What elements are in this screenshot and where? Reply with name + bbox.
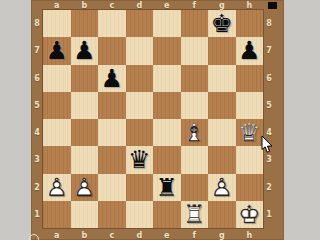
chess-app-window: ♚♟♟♟♟♝♗♛♕♛♟♙♟♙♜♟♙♜♖♚♔ abcdefghabcdefgh87…: [0, 0, 320, 240]
square-h7[interactable]: ♟: [236, 37, 264, 64]
square-c6[interactable]: ♟: [98, 65, 126, 92]
square-e8[interactable]: [153, 10, 181, 37]
square-d6[interactable]: [126, 65, 154, 92]
file-label-top-d: d: [126, 0, 154, 10]
file-label-bottom-b: b: [71, 230, 99, 240]
black-rook[interactable]: ♜: [153, 174, 181, 201]
rank-label-right-1: 1: [263, 201, 275, 228]
rank-label-right-6: 6: [263, 65, 275, 92]
square-a4[interactable]: [43, 119, 71, 146]
square-h6[interactable]: [236, 65, 264, 92]
file-label-bottom-a: a: [43, 230, 71, 240]
square-a8[interactable]: [43, 10, 71, 37]
square-b6[interactable]: [71, 65, 99, 92]
black-pawn[interactable]: ♟: [98, 65, 126, 92]
file-label-bottom-e: e: [153, 230, 181, 240]
square-e3[interactable]: [153, 146, 181, 173]
corner-square-marker: [268, 2, 277, 9]
square-f5[interactable]: [181, 92, 209, 119]
rank-label-right-3: 3: [263, 146, 275, 173]
black-king[interactable]: ♚: [208, 10, 236, 37]
square-b1[interactable]: [71, 201, 99, 228]
square-b5[interactable]: [71, 92, 99, 119]
square-b7[interactable]: ♟: [71, 37, 99, 64]
white-rook[interactable]: ♜♖: [181, 201, 209, 228]
file-label-top-h: h: [236, 0, 264, 10]
square-c4[interactable]: [98, 119, 126, 146]
square-c8[interactable]: [98, 10, 126, 37]
square-d8[interactable]: [126, 10, 154, 37]
square-g5[interactable]: [208, 92, 236, 119]
square-h8[interactable]: [236, 10, 264, 37]
black-pawn[interactable]: ♟: [236, 37, 264, 64]
black-pawn[interactable]: ♟: [43, 37, 71, 64]
white-queen[interactable]: ♛♕: [236, 119, 264, 146]
square-g2[interactable]: ♟♙: [208, 174, 236, 201]
square-b8[interactable]: [71, 10, 99, 37]
square-d7[interactable]: [126, 37, 154, 64]
square-h4[interactable]: ♛♕: [236, 119, 264, 146]
square-c5[interactable]: [98, 92, 126, 119]
square-g1[interactable]: [208, 201, 236, 228]
square-e5[interactable]: [153, 92, 181, 119]
square-d3[interactable]: ♛: [126, 146, 154, 173]
file-label-top-f: f: [181, 0, 209, 10]
rank-label-left-8: 8: [31, 10, 43, 37]
square-b4[interactable]: [71, 119, 99, 146]
rank-label-left-1: 1: [31, 201, 43, 228]
square-f3[interactable]: [181, 146, 209, 173]
square-f7[interactable]: [181, 37, 209, 64]
square-c2[interactable]: [98, 174, 126, 201]
square-c1[interactable]: [98, 201, 126, 228]
rank-label-left-7: 7: [31, 37, 43, 64]
square-d1[interactable]: [126, 201, 154, 228]
file-label-bottom-f: f: [181, 230, 209, 240]
file-label-top-a: a: [43, 0, 71, 10]
chess-board: ♚♟♟♟♟♝♗♛♕♛♟♙♟♙♜♟♙♜♖♚♔: [43, 10, 263, 228]
square-f6[interactable]: [181, 65, 209, 92]
square-h2[interactable]: [236, 174, 264, 201]
file-label-bottom-c: c: [98, 230, 126, 240]
rank-label-left-5: 5: [31, 92, 43, 119]
square-b2[interactable]: ♟♙: [71, 174, 99, 201]
square-e6[interactable]: [153, 65, 181, 92]
file-label-bottom-h: h: [236, 230, 264, 240]
square-d4[interactable]: [126, 119, 154, 146]
rank-label-right-2: 2: [263, 174, 275, 201]
square-f8[interactable]: [181, 10, 209, 37]
square-a3[interactable]: [43, 146, 71, 173]
rank-label-left-2: 2: [31, 174, 43, 201]
square-h5[interactable]: [236, 92, 264, 119]
square-e1[interactable]: [153, 201, 181, 228]
rank-label-right-8: 8: [263, 10, 275, 37]
square-g7[interactable]: [208, 37, 236, 64]
square-c3[interactable]: [98, 146, 126, 173]
file-label-bottom-g: g: [208, 230, 236, 240]
square-h1[interactable]: ♚♔: [236, 201, 264, 228]
square-c7[interactable]: [98, 37, 126, 64]
white-pawn[interactable]: ♟♙: [43, 174, 71, 201]
black-queen[interactable]: ♛: [126, 146, 154, 173]
rank-label-right-5: 5: [263, 92, 275, 119]
rank-label-left-3: 3: [31, 146, 43, 173]
square-d5[interactable]: [126, 92, 154, 119]
rank-label-left-6: 6: [31, 65, 43, 92]
file-label-top-g: g: [208, 0, 236, 10]
square-e4[interactable]: [153, 119, 181, 146]
square-a7[interactable]: ♟: [43, 37, 71, 64]
black-pawn[interactable]: ♟: [71, 37, 99, 64]
square-f2[interactable]: [181, 174, 209, 201]
square-e2[interactable]: ♜: [153, 174, 181, 201]
square-f4[interactable]: ♝♗: [181, 119, 209, 146]
square-g8[interactable]: ♚: [208, 10, 236, 37]
file-label-top-c: c: [98, 0, 126, 10]
square-a2[interactable]: ♟♙: [43, 174, 71, 201]
square-a5[interactable]: [43, 92, 71, 119]
file-label-top-e: e: [153, 0, 181, 10]
square-h3[interactable]: [236, 146, 264, 173]
square-b3[interactable]: [71, 146, 99, 173]
square-d2[interactable]: [126, 174, 154, 201]
white-king[interactable]: ♚♔: [236, 201, 264, 228]
rank-label-right-4: 4: [263, 119, 275, 146]
square-a1[interactable]: [43, 201, 71, 228]
square-a6[interactable]: [43, 65, 71, 92]
rank-label-right-7: 7: [263, 37, 275, 64]
square-g3[interactable]: [208, 146, 236, 173]
square-g6[interactable]: [208, 65, 236, 92]
square-f1[interactable]: ♜♖: [181, 201, 209, 228]
white-pawn[interactable]: ♟♙: [71, 174, 99, 201]
rank-label-left-4: 4: [31, 119, 43, 146]
corner-circle-marker: [29, 234, 39, 240]
file-label-top-b: b: [71, 0, 99, 10]
file-label-bottom-d: d: [126, 230, 154, 240]
square-g4[interactable]: [208, 119, 236, 146]
square-e7[interactable]: [153, 37, 181, 64]
white-pawn[interactable]: ♟♙: [208, 174, 236, 201]
white-bishop[interactable]: ♝♗: [181, 119, 209, 146]
